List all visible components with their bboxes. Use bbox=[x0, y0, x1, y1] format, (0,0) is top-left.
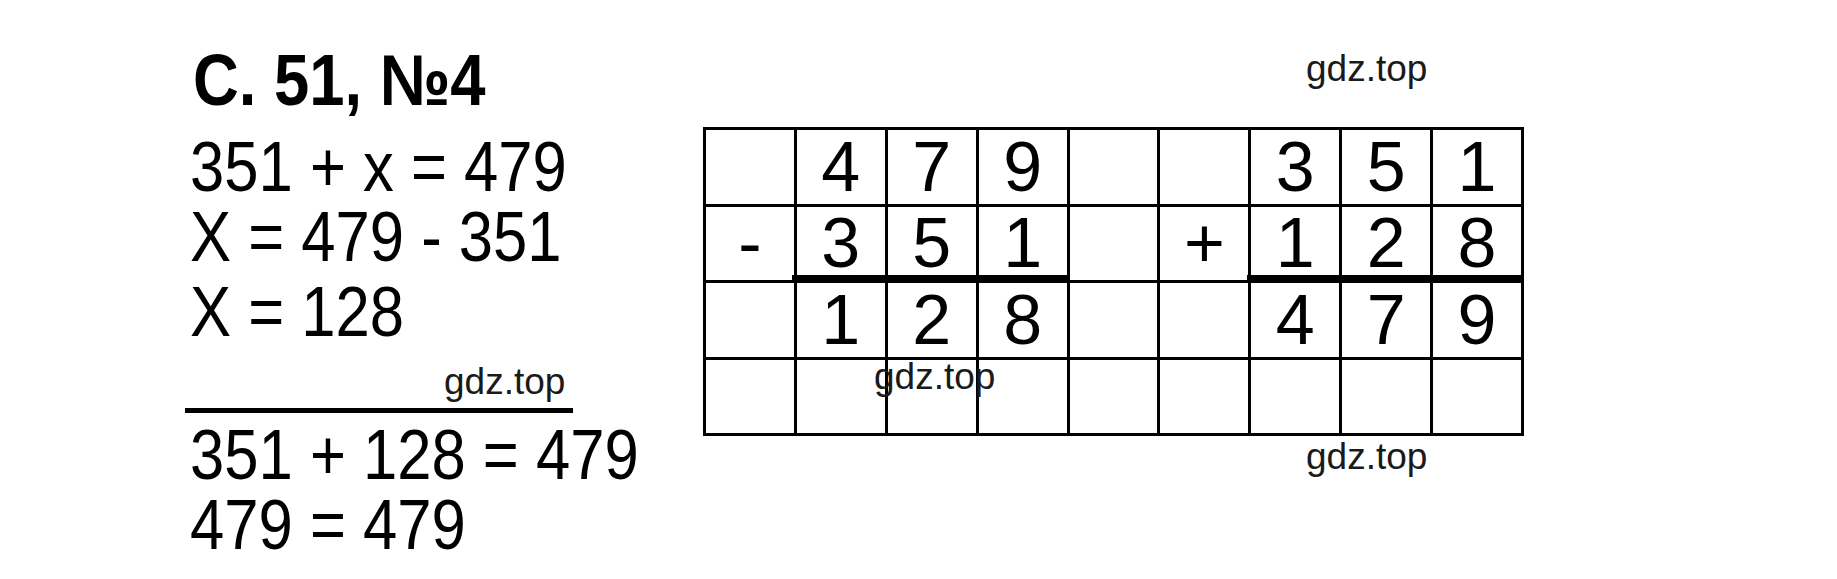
grid-cell-r4c9 bbox=[1433, 360, 1521, 434]
watermark-bottom-right: gdz.top bbox=[1306, 438, 1427, 475]
grid-cell-r1c3: 7 bbox=[888, 130, 976, 204]
grid-cell-r1c4: 9 bbox=[979, 130, 1067, 204]
grid-cell-r1c5 bbox=[1070, 130, 1158, 204]
grid-cell-r4c7 bbox=[1251, 360, 1339, 434]
grid-cell-r1c2: 4 bbox=[797, 130, 885, 204]
grid-cell-r2c4: 1 bbox=[979, 207, 1067, 281]
grid-cell-r1c9: 1 bbox=[1433, 130, 1521, 204]
grid-cell-r3c7: 4 bbox=[1251, 283, 1339, 357]
grid-cell-r3c9: 9 bbox=[1433, 283, 1521, 357]
watermark-left: gdz.top bbox=[444, 363, 565, 400]
watermark-in-grid: gdz.top bbox=[874, 358, 995, 395]
grid-cell-r4c2 bbox=[797, 360, 885, 434]
grid-cell-r2c2: 3 bbox=[797, 207, 885, 281]
grid-cell-r3c1 bbox=[706, 283, 794, 357]
grid-cell-r2c7: 1 bbox=[1251, 207, 1339, 281]
arithmetic-grid: 479351-351+128128479 bbox=[703, 127, 1524, 436]
grid-cell-r2c6: + bbox=[1160, 207, 1248, 281]
grid-cell-r1c8: 5 bbox=[1342, 130, 1430, 204]
page-title: С. 51, №4 bbox=[193, 44, 486, 116]
grid-cell-r3c5 bbox=[1070, 283, 1158, 357]
grid-cell-r4c5 bbox=[1070, 360, 1158, 434]
grid-cell-r3c6 bbox=[1160, 283, 1248, 357]
check-line-1: 351 + 128 = 479 bbox=[190, 420, 639, 490]
grid-cell-r2c5 bbox=[1070, 207, 1158, 281]
watermark-top-right: gdz.top bbox=[1306, 50, 1427, 87]
equation-line-3: X = 128 bbox=[190, 277, 404, 347]
arithmetic-grid-wrap: 479351-351+128128479 bbox=[703, 127, 1524, 436]
equation-line-1: 351 + x = 479 bbox=[190, 132, 567, 202]
grid-cell-r3c3: 2 bbox=[888, 283, 976, 357]
grid-cell-r4c8 bbox=[1342, 360, 1430, 434]
grid-cell-r3c2: 1 bbox=[797, 283, 885, 357]
grid-cell-r2c3: 5 bbox=[888, 207, 976, 281]
grid-cell-r1c1 bbox=[706, 130, 794, 204]
equation-line-2: X = 479 - 351 bbox=[190, 202, 562, 272]
grid-cell-r1c7: 3 bbox=[1251, 130, 1339, 204]
grid-cell-r2c1: - bbox=[706, 207, 794, 281]
grid-cell-r2c8: 2 bbox=[1342, 207, 1430, 281]
grid-cell-r4c1 bbox=[706, 360, 794, 434]
grid-cell-r4c6 bbox=[1160, 360, 1248, 434]
grid-cell-r3c8: 7 bbox=[1342, 283, 1430, 357]
grid-cell-r3c4: 8 bbox=[979, 283, 1067, 357]
grid-cell-r1c6 bbox=[1160, 130, 1248, 204]
grid-cell-r2c9: 8 bbox=[1433, 207, 1521, 281]
workbook-page: С. 51, №4 351 + x = 479 X = 479 - 351 X … bbox=[0, 0, 1837, 579]
check-divider-line bbox=[185, 408, 573, 413]
check-line-2: 479 = 479 bbox=[190, 490, 466, 560]
